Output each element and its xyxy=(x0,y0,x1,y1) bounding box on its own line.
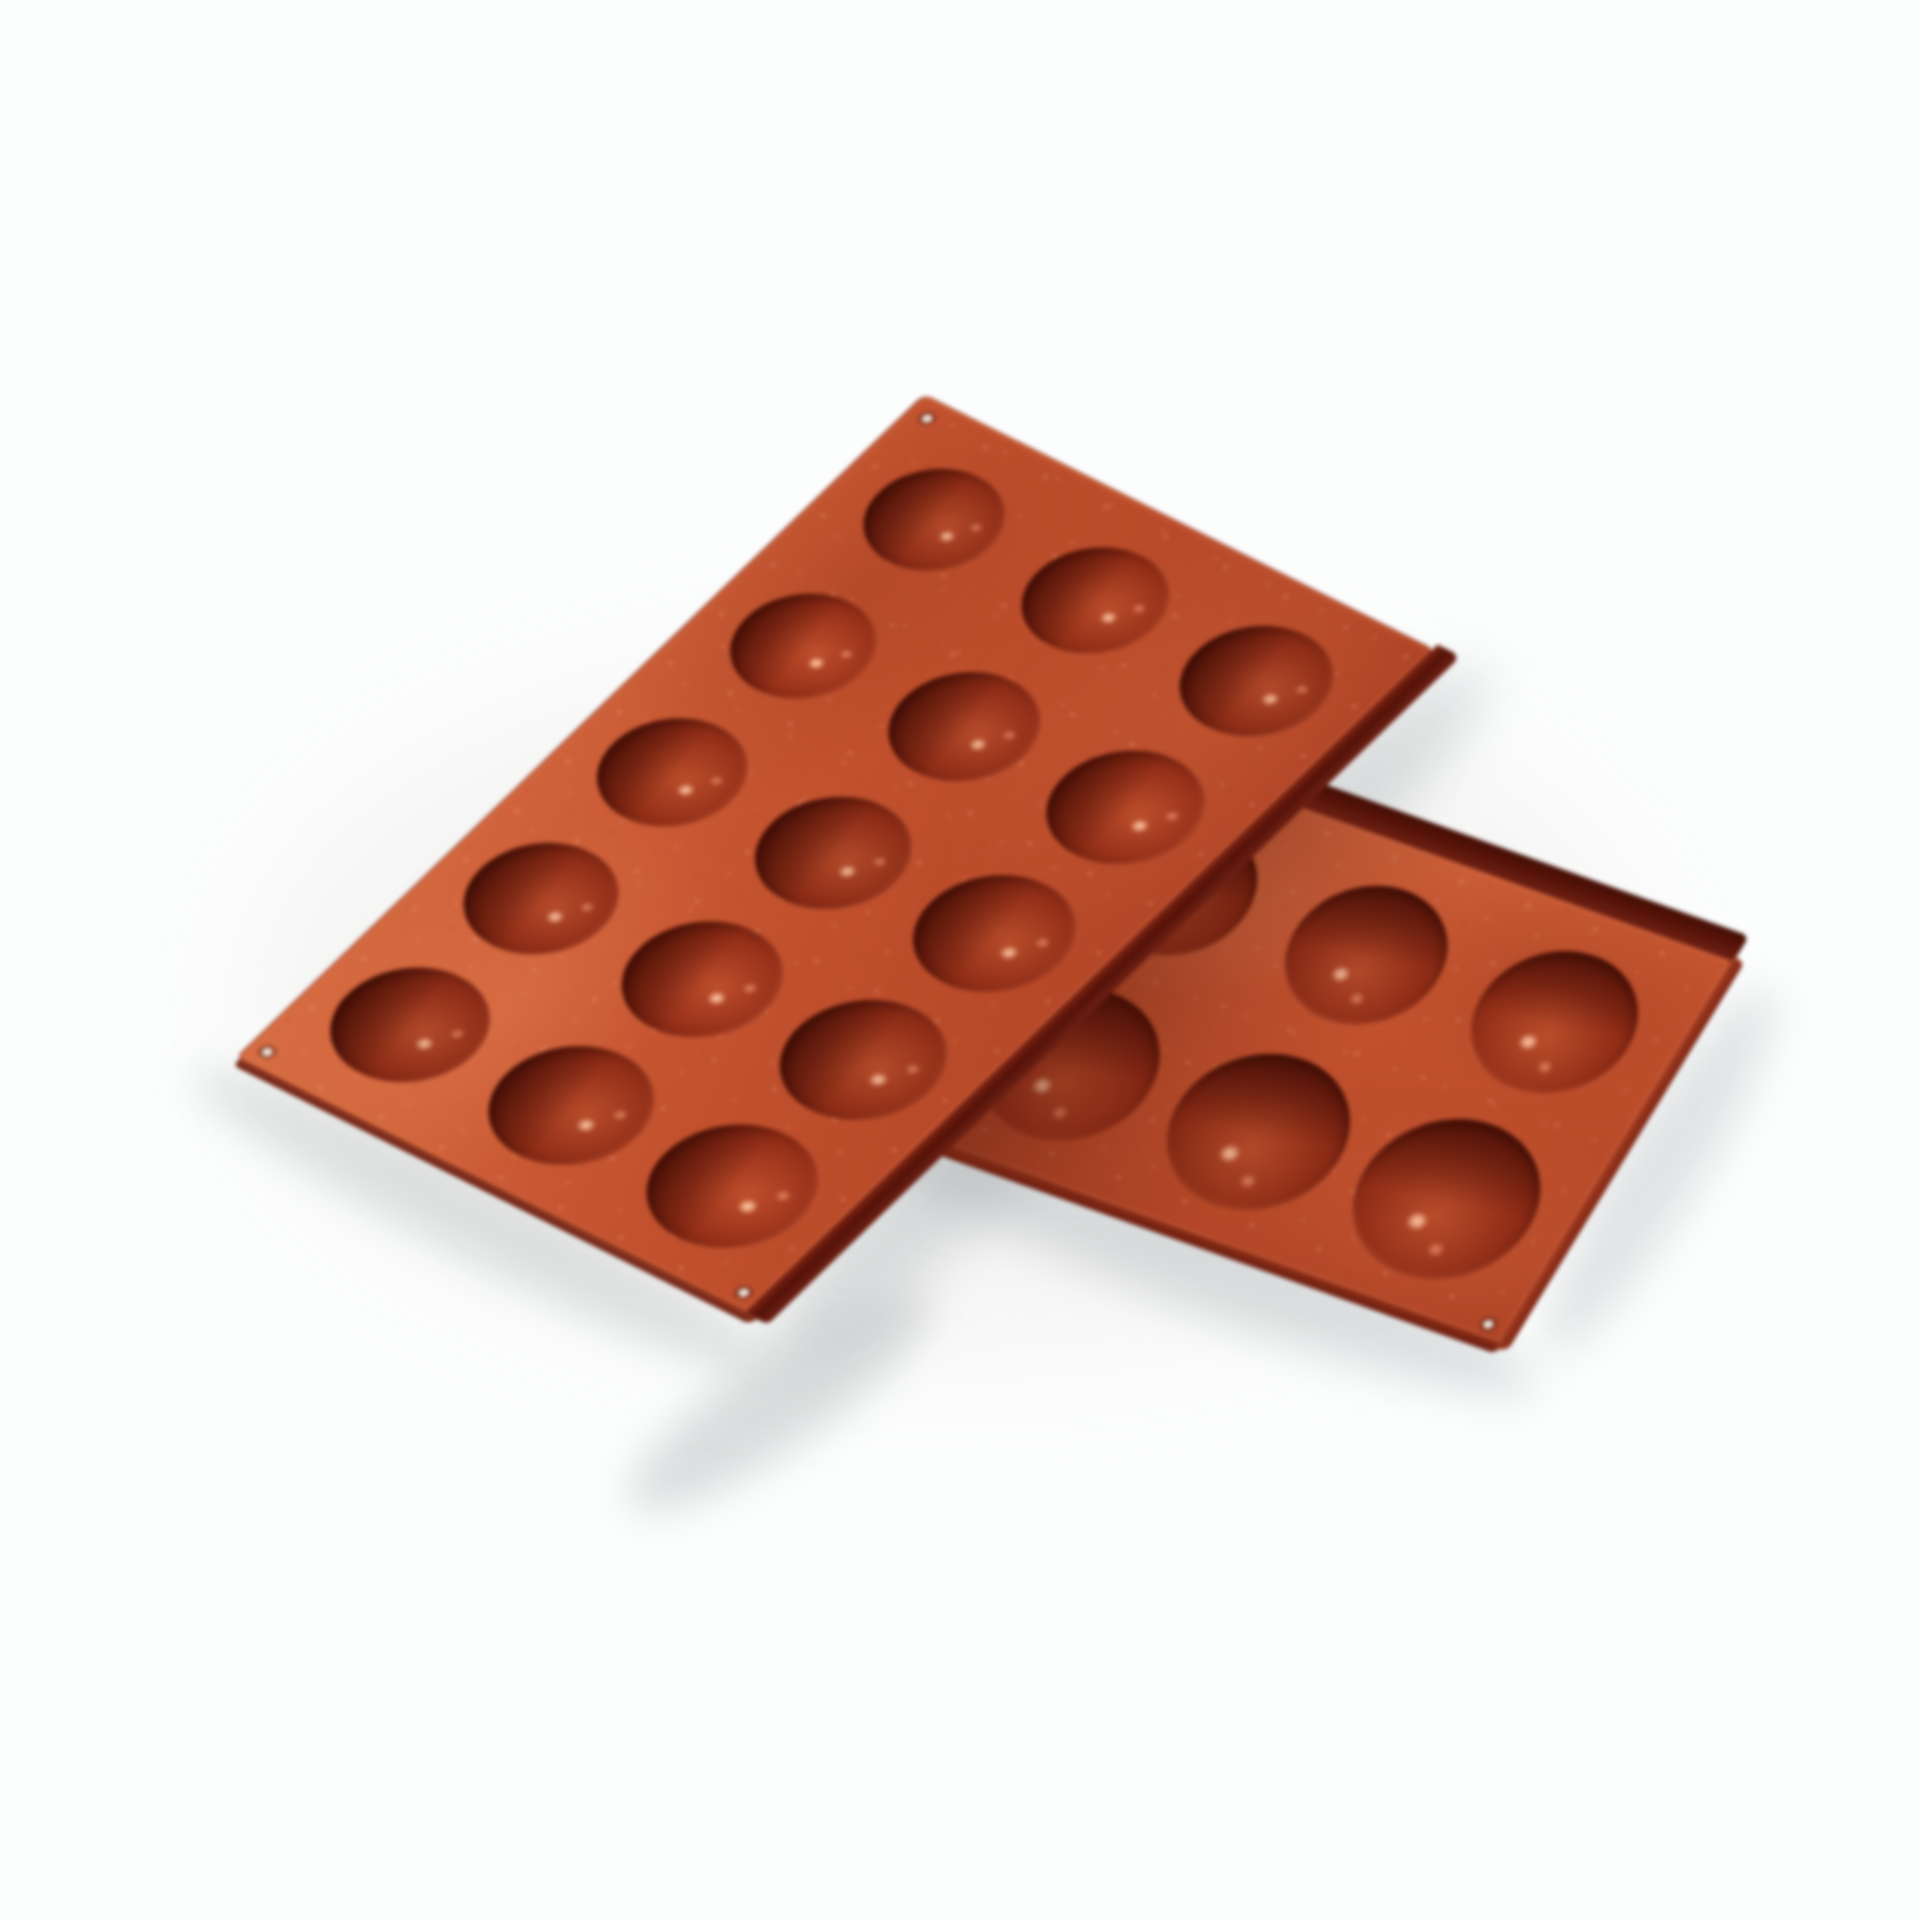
pit-large-r3c1 xyxy=(612,1101,853,1271)
pit-large-r2c5 xyxy=(991,527,1198,673)
corner-fixing-hole xyxy=(736,1287,752,1298)
pit-large-r2c1 xyxy=(455,1023,688,1187)
large-board-bottom-corner-shadow xyxy=(607,1260,954,1540)
pit-large-r1c2 xyxy=(433,822,651,976)
pit-large-r3c2 xyxy=(746,977,981,1143)
pit-large-r1c3 xyxy=(567,698,778,847)
pit-small-r2c2 xyxy=(1134,1031,1383,1234)
pit-small-r1c2 xyxy=(1256,865,1477,1045)
pit-large-r2c2 xyxy=(589,899,815,1059)
pit-large-r2c3 xyxy=(723,775,943,930)
pit-small-r2c3 xyxy=(1319,1095,1574,1303)
product-photo-scene xyxy=(0,0,1920,1920)
pit-large-r1c4 xyxy=(701,574,906,719)
pit-large-r1c5 xyxy=(835,450,1034,591)
pit-large-r2c4 xyxy=(857,651,1071,802)
pit-large-r1c1 xyxy=(299,946,523,1104)
pit-small-r1c3 xyxy=(1441,930,1668,1115)
pit-large-r3c4 xyxy=(1014,729,1236,886)
pit-large-r3c5 xyxy=(1148,605,1364,757)
pit-large-r3c3 xyxy=(880,853,1108,1014)
